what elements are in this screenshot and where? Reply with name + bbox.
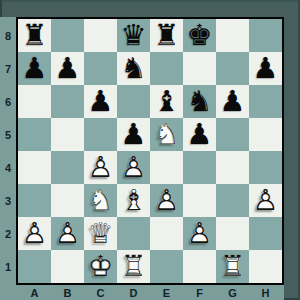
square-b1[interactable] xyxy=(51,250,84,283)
square-d3[interactable]: ♝♗ xyxy=(117,184,150,217)
piece-black-king-f8: ♚ xyxy=(183,19,216,52)
piece-white-bishop-d3: ♝ xyxy=(117,184,150,217)
rank-label-3: 3 xyxy=(0,184,16,217)
rank-label-4: 4 xyxy=(0,151,16,184)
piece-white-bishop-d3-outline: ♗ xyxy=(117,184,150,217)
square-a5[interactable] xyxy=(18,118,51,151)
square-d7[interactable]: ♞ xyxy=(117,52,150,85)
square-e6[interactable]: ♝ xyxy=(150,85,183,118)
piece-white-pawn-c4: ♟ xyxy=(84,151,117,184)
square-d6[interactable] xyxy=(117,85,150,118)
square-g8[interactable] xyxy=(216,19,249,52)
square-f1[interactable] xyxy=(183,250,216,283)
rank-label-8: 8 xyxy=(0,19,16,52)
square-h2[interactable] xyxy=(249,217,282,250)
square-g6[interactable]: ♟ xyxy=(216,85,249,118)
piece-white-pawn-a2: ♟ xyxy=(18,217,51,250)
square-c4[interactable]: ♟♙ xyxy=(84,151,117,184)
file-label-g: G xyxy=(216,285,249,300)
square-f3[interactable] xyxy=(183,184,216,217)
square-e4[interactable] xyxy=(150,151,183,184)
square-c6[interactable]: ♟ xyxy=(84,85,117,118)
square-e2[interactable] xyxy=(150,217,183,250)
file-label-c: C xyxy=(84,285,117,300)
square-a7[interactable]: ♟ xyxy=(18,52,51,85)
square-f5[interactable]: ♟ xyxy=(183,118,216,151)
piece-black-rook-e8: ♜ xyxy=(150,19,183,52)
square-c2[interactable]: ♛♕ xyxy=(84,217,117,250)
square-a6[interactable] xyxy=(18,85,51,118)
square-g3[interactable] xyxy=(216,184,249,217)
square-e5[interactable]: ♞♘ xyxy=(150,118,183,151)
piece-black-pawn-h7: ♟ xyxy=(249,52,282,85)
file-label-d: D xyxy=(117,285,150,300)
piece-black-pawn-b7: ♟ xyxy=(51,52,84,85)
square-a3[interactable] xyxy=(18,184,51,217)
file-labels-strip: ABCDEFGH xyxy=(0,285,284,300)
piece-black-rook-a8: ♜ xyxy=(18,19,51,52)
square-e8[interactable]: ♜ xyxy=(150,19,183,52)
rank-label-2: 2 xyxy=(0,217,16,250)
piece-black-pawn-f5: ♟ xyxy=(183,118,216,151)
square-c8[interactable] xyxy=(84,19,117,52)
square-d5[interactable]: ♟ xyxy=(117,118,150,151)
piece-white-rook-d1: ♜ xyxy=(117,250,150,283)
file-label-f: F xyxy=(183,285,216,300)
square-f4[interactable] xyxy=(183,151,216,184)
piece-black-queen-d8: ♛ xyxy=(117,19,150,52)
piece-white-pawn-d4: ♟ xyxy=(117,151,150,184)
square-b8[interactable] xyxy=(51,19,84,52)
square-g5[interactable] xyxy=(216,118,249,151)
piece-white-pawn-e3-outline: ♙ xyxy=(150,184,183,217)
square-f2[interactable]: ♟♙ xyxy=(183,217,216,250)
piece-white-rook-g1: ♜ xyxy=(216,250,249,283)
board-frame: ♜♛♜♚♟♟♞♟♟♝♞♟♟♞♘♟♟♙♟♙♞♘♝♗♟♙♟♙♟♙♟♙♛♕♟♙♚♔♜♖… xyxy=(16,17,284,285)
rank-labels-strip: 87654321 xyxy=(0,17,16,285)
square-h7[interactable]: ♟ xyxy=(249,52,282,85)
piece-white-pawn-b2: ♟ xyxy=(51,217,84,250)
piece-black-pawn-a7: ♟ xyxy=(18,52,51,85)
square-a2[interactable]: ♟♙ xyxy=(18,217,51,250)
square-d8[interactable]: ♛ xyxy=(117,19,150,52)
piece-white-pawn-d4-outline: ♙ xyxy=(117,151,150,184)
square-h5[interactable] xyxy=(249,118,282,151)
piece-white-pawn-a2-outline: ♙ xyxy=(18,217,51,250)
piece-white-knight-c3: ♞ xyxy=(84,184,117,217)
chess-board: ♜♛♜♚♟♟♞♟♟♝♞♟♟♞♘♟♟♙♟♙♞♘♝♗♟♙♟♙♟♙♟♙♛♕♟♙♚♔♜♖… xyxy=(18,19,282,283)
piece-black-pawn-c6: ♟ xyxy=(84,85,117,118)
piece-white-rook-d1-outline: ♖ xyxy=(117,250,150,283)
piece-white-queen-c2: ♛ xyxy=(84,217,117,250)
piece-white-rook-g1-outline: ♖ xyxy=(216,250,249,283)
square-b6[interactable] xyxy=(51,85,84,118)
piece-white-king-c1-outline: ♔ xyxy=(84,250,117,283)
piece-white-queen-c2-outline: ♕ xyxy=(84,217,117,250)
square-b5[interactable] xyxy=(51,118,84,151)
square-e1[interactable] xyxy=(150,250,183,283)
square-c1[interactable]: ♚♔ xyxy=(84,250,117,283)
square-f7[interactable] xyxy=(183,52,216,85)
square-b3[interactable] xyxy=(51,184,84,217)
square-h6[interactable] xyxy=(249,85,282,118)
chess-diagram: 87654321 ABCDEFGH ♜♛♜♚♟♟♞♟♟♝♞♟♟♞♘♟♟♙♟♙♞♘… xyxy=(0,0,300,300)
piece-black-pawn-d5: ♟ xyxy=(117,118,150,151)
square-h8[interactable] xyxy=(249,19,282,52)
square-b4[interactable] xyxy=(51,151,84,184)
square-b2[interactable]: ♟♙ xyxy=(51,217,84,250)
square-d2[interactable] xyxy=(117,217,150,250)
file-label-h: H xyxy=(249,285,282,300)
square-g4[interactable] xyxy=(216,151,249,184)
square-d4[interactable]: ♟♙ xyxy=(117,151,150,184)
square-g7[interactable] xyxy=(216,52,249,85)
piece-white-pawn-h3-outline: ♙ xyxy=(249,184,282,217)
square-h4[interactable] xyxy=(249,151,282,184)
square-g2[interactable] xyxy=(216,217,249,250)
piece-white-pawn-f2-outline: ♙ xyxy=(183,217,216,250)
piece-white-knight-e5: ♞ xyxy=(150,118,183,151)
square-a4[interactable] xyxy=(18,151,51,184)
piece-black-pawn-g6: ♟ xyxy=(216,85,249,118)
square-c3[interactable]: ♞♘ xyxy=(84,184,117,217)
square-e7[interactable] xyxy=(150,52,183,85)
square-g1[interactable]: ♜♖ xyxy=(216,250,249,283)
square-e3[interactable]: ♟♙ xyxy=(150,184,183,217)
square-a1[interactable] xyxy=(18,250,51,283)
piece-white-pawn-b2-outline: ♙ xyxy=(51,217,84,250)
square-f6[interactable]: ♞ xyxy=(183,85,216,118)
square-f8[interactable]: ♚ xyxy=(183,19,216,52)
piece-white-king-c1: ♚ xyxy=(84,250,117,283)
piece-white-pawn-e3: ♟ xyxy=(150,184,183,217)
piece-white-pawn-h3: ♟ xyxy=(249,184,282,217)
file-label-e: E xyxy=(150,285,183,300)
rank-label-1: 1 xyxy=(0,250,16,283)
piece-white-knight-c3-outline: ♘ xyxy=(84,184,117,217)
piece-white-pawn-f2: ♟ xyxy=(183,217,216,250)
square-d1[interactable]: ♜♖ xyxy=(117,250,150,283)
square-c7[interactable] xyxy=(84,52,117,85)
piece-white-pawn-c4-outline: ♙ xyxy=(84,151,117,184)
square-c5[interactable] xyxy=(84,118,117,151)
square-h3[interactable]: ♟♙ xyxy=(249,184,282,217)
square-b7[interactable]: ♟ xyxy=(51,52,84,85)
piece-black-knight-f6: ♞ xyxy=(183,85,216,118)
rank-label-7: 7 xyxy=(0,52,16,85)
file-label-a: A xyxy=(18,285,51,300)
piece-black-bishop-e6: ♝ xyxy=(150,85,183,118)
rank-label-5: 5 xyxy=(0,118,16,151)
rank-label-6: 6 xyxy=(0,85,16,118)
square-h1[interactable] xyxy=(249,250,282,283)
piece-white-knight-e5-outline: ♘ xyxy=(150,118,183,151)
piece-black-knight-d7: ♞ xyxy=(117,52,150,85)
square-a8[interactable]: ♜ xyxy=(18,19,51,52)
file-label-b: B xyxy=(51,285,84,300)
